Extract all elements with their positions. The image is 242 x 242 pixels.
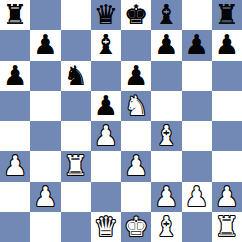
- square-c8[interactable]: [61, 0, 91, 30]
- piece-black-bishop[interactable]: ♝: [94, 30, 118, 60]
- square-d3[interactable]: [91, 151, 121, 181]
- square-a1[interactable]: [0, 212, 30, 242]
- square-e7[interactable]: [121, 30, 151, 60]
- piece-black-pawn[interactable]: ♟: [94, 91, 118, 121]
- square-f3[interactable]: [151, 151, 181, 181]
- square-e5[interactable]: ♞: [121, 91, 151, 121]
- square-b6[interactable]: [30, 61, 60, 91]
- piece-black-bishop[interactable]: ♝: [154, 0, 178, 30]
- square-c7[interactable]: [61, 30, 91, 60]
- piece-black-pawn[interactable]: ♟: [124, 61, 148, 91]
- square-a7[interactable]: [0, 30, 30, 60]
- square-h1[interactable]: ♜: [212, 212, 242, 242]
- square-c1[interactable]: [61, 212, 91, 242]
- square-a3[interactable]: ♟: [0, 151, 30, 181]
- piece-white-bishop[interactable]: ♝: [154, 121, 178, 151]
- square-b4[interactable]: [30, 121, 60, 151]
- square-g8[interactable]: [182, 0, 212, 30]
- piece-white-king[interactable]: ♚: [124, 212, 148, 242]
- piece-black-pawn[interactable]: ♟: [185, 30, 209, 60]
- square-b1[interactable]: [30, 212, 60, 242]
- square-f5[interactable]: [151, 91, 181, 121]
- piece-black-rook[interactable]: ♜: [215, 0, 239, 30]
- piece-black-knight[interactable]: ♞: [64, 61, 88, 91]
- piece-black-pawn[interactable]: ♟: [33, 30, 57, 60]
- square-g5[interactable]: [182, 91, 212, 121]
- square-h4[interactable]: [212, 121, 242, 151]
- piece-white-pawn[interactable]: ♟: [3, 151, 27, 181]
- square-c6[interactable]: ♞: [61, 61, 91, 91]
- piece-white-pawn[interactable]: ♟: [154, 182, 178, 212]
- square-d4[interactable]: ♟: [91, 121, 121, 151]
- square-e3[interactable]: ♟: [121, 151, 151, 181]
- square-b3[interactable]: [30, 151, 60, 181]
- square-c2[interactable]: [61, 182, 91, 212]
- square-h2[interactable]: ♟: [212, 182, 242, 212]
- piece-white-knight[interactable]: ♞: [124, 91, 148, 121]
- piece-white-rook[interactable]: ♜: [64, 151, 88, 181]
- square-f6[interactable]: [151, 61, 181, 91]
- piece-white-pawn[interactable]: ♟: [185, 182, 209, 212]
- square-d6[interactable]: [91, 61, 121, 91]
- square-g7[interactable]: ♟: [182, 30, 212, 60]
- piece-black-rook[interactable]: ♜: [3, 0, 27, 30]
- piece-white-pawn[interactable]: ♟: [33, 182, 57, 212]
- square-g6[interactable]: [182, 61, 212, 91]
- chess-board: ♜♛♚♝♜♟♝♟♟♟♟♞♟♟♞♟♝♟♜♟♟♟♟♟♛♚♝♜: [0, 0, 242, 242]
- square-h7[interactable]: ♟: [212, 30, 242, 60]
- square-c4[interactable]: [61, 121, 91, 151]
- square-d8[interactable]: ♛: [91, 0, 121, 30]
- square-f8[interactable]: ♝: [151, 0, 181, 30]
- square-f7[interactable]: ♟: [151, 30, 181, 60]
- square-e6[interactable]: ♟: [121, 61, 151, 91]
- piece-white-bishop[interactable]: ♝: [154, 212, 178, 242]
- square-h5[interactable]: [212, 91, 242, 121]
- square-e1[interactable]: ♚: [121, 212, 151, 242]
- square-h8[interactable]: ♜: [212, 0, 242, 30]
- square-b2[interactable]: ♟: [30, 182, 60, 212]
- square-g1[interactable]: [182, 212, 212, 242]
- square-f4[interactable]: ♝: [151, 121, 181, 151]
- square-d7[interactable]: ♝: [91, 30, 121, 60]
- square-b7[interactable]: ♟: [30, 30, 60, 60]
- piece-black-pawn[interactable]: ♟: [215, 30, 239, 60]
- square-g3[interactable]: [182, 151, 212, 181]
- square-a8[interactable]: ♜: [0, 0, 30, 30]
- square-b5[interactable]: [30, 91, 60, 121]
- piece-black-pawn[interactable]: ♟: [3, 61, 27, 91]
- square-h6[interactable]: [212, 61, 242, 91]
- square-f1[interactable]: ♝: [151, 212, 181, 242]
- square-d5[interactable]: ♟: [91, 91, 121, 121]
- square-a5[interactable]: [0, 91, 30, 121]
- piece-white-pawn[interactable]: ♟: [94, 121, 118, 151]
- square-d2[interactable]: [91, 182, 121, 212]
- square-g4[interactable]: [182, 121, 212, 151]
- piece-black-queen[interactable]: ♛: [94, 0, 118, 30]
- piece-white-queen[interactable]: ♛: [94, 212, 118, 242]
- square-a6[interactable]: ♟: [0, 61, 30, 91]
- piece-white-pawn[interactable]: ♟: [124, 151, 148, 181]
- square-h3[interactable]: [212, 151, 242, 181]
- piece-black-pawn[interactable]: ♟: [154, 30, 178, 60]
- square-c5[interactable]: [61, 91, 91, 121]
- piece-black-king[interactable]: ♚: [124, 0, 148, 30]
- square-d1[interactable]: ♛: [91, 212, 121, 242]
- square-e4[interactable]: [121, 121, 151, 151]
- square-g2[interactable]: ♟: [182, 182, 212, 212]
- piece-white-rook[interactable]: ♜: [215, 212, 239, 242]
- square-f2[interactable]: ♟: [151, 182, 181, 212]
- piece-white-pawn[interactable]: ♟: [215, 182, 239, 212]
- square-a4[interactable]: [0, 121, 30, 151]
- square-a2[interactable]: [0, 182, 30, 212]
- square-e2[interactable]: [121, 182, 151, 212]
- square-e8[interactable]: ♚: [121, 0, 151, 30]
- square-c3[interactable]: ♜: [61, 151, 91, 181]
- square-b8[interactable]: [30, 0, 60, 30]
